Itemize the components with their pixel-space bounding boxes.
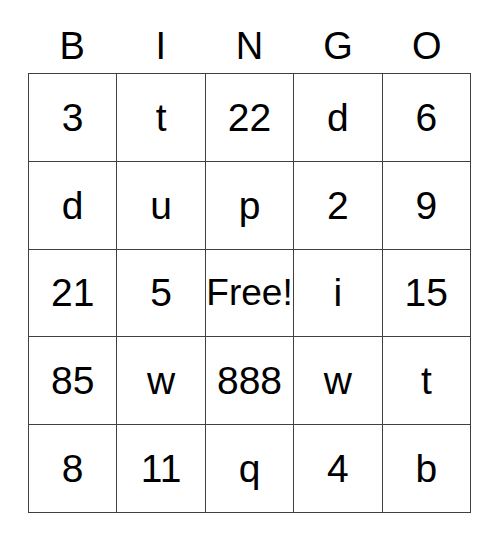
bingo-cell-r0c2[interactable]: 22 [206,74,294,162]
bingo-cell-r2c4[interactable]: 15 [383,250,471,338]
bingo-card-page: B I N G O 3 t 22 d 6 d u p 2 9 21 5 Free… [0,0,500,544]
bingo-cell-r4c4[interactable]: b [383,425,471,513]
bingo-cell-r1c0[interactable]: d [29,162,117,250]
bingo-cell-r1c1[interactable]: u [117,162,205,250]
bingo-cell-r1c4[interactable]: 9 [383,162,471,250]
bingo-cell-r1c3[interactable]: 2 [294,162,382,250]
header-letter-i: I [117,0,206,73]
bingo-cell-r4c3[interactable]: 4 [294,425,382,513]
header-letter-g: G [294,0,383,73]
bingo-cell-r2c1[interactable]: 5 [117,250,205,338]
bingo-header: B I N G O [28,0,471,73]
header-letter-n: N [205,0,294,73]
bingo-cell-r4c2[interactable]: q [206,425,294,513]
free-cell[interactable]: Free! [206,250,294,338]
header-letter-b: B [28,0,117,73]
bingo-cell-r0c0[interactable]: 3 [29,74,117,162]
bingo-cell-r0c3[interactable]: d [294,74,382,162]
bingo-cell-r4c0[interactable]: 8 [29,425,117,513]
bingo-cell-r3c3[interactable]: w [294,337,382,425]
bingo-cell-r4c1[interactable]: 11 [117,425,205,513]
bingo-cell-r2c3[interactable]: i [294,250,382,338]
bingo-board: 3 t 22 d 6 d u p 2 9 21 5 Free! i 15 85 … [28,73,471,513]
bingo-cell-r2c0[interactable]: 21 [29,250,117,338]
header-letter-o: O [382,0,471,73]
bingo-cell-r3c2[interactable]: 888 [206,337,294,425]
bingo-cell-r3c0[interactable]: 85 [29,337,117,425]
bingo-card: B I N G O 3 t 22 d 6 d u p 2 9 21 5 Free… [28,0,471,513]
bingo-cell-r1c2[interactable]: p [206,162,294,250]
bingo-cell-r0c4[interactable]: 6 [383,74,471,162]
bingo-cell-r3c4[interactable]: t [383,337,471,425]
bingo-cell-r3c1[interactable]: w [117,337,205,425]
bingo-cell-r0c1[interactable]: t [117,74,205,162]
